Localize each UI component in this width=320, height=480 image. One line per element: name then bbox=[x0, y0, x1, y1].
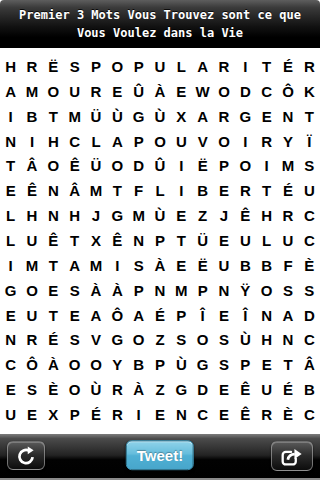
grid-cell-r8c3[interactable]: Ê bbox=[43, 228, 64, 253]
grid-cell-r14c7[interactable]: À bbox=[128, 377, 149, 402]
grid-cell-r13c1[interactable]: C bbox=[0, 352, 21, 377]
grid-cell-r7c15[interactable]: C bbox=[299, 203, 320, 228]
grid-cell-r7c5[interactable]: J bbox=[85, 203, 106, 228]
grid-cell-r14c1[interactable]: E bbox=[0, 377, 21, 402]
grid-cell-r15c15[interactable]: C bbox=[299, 402, 320, 427]
grid-cell-r13c7[interactable]: B bbox=[128, 352, 149, 377]
grid-cell-r2c5[interactable]: R bbox=[85, 79, 106, 104]
grid-cell-r3c9[interactable]: X bbox=[171, 104, 192, 129]
grid-cell-r13c14[interactable]: T bbox=[277, 352, 298, 377]
grid-cell-r8c12[interactable]: U bbox=[235, 228, 256, 253]
grid-cell-r9c2[interactable]: M bbox=[21, 253, 42, 278]
grid-cell-r11c15[interactable]: D bbox=[299, 303, 320, 328]
grid-cell-r13c10[interactable]: G bbox=[192, 352, 213, 377]
grid-cell-r8c2[interactable]: U bbox=[21, 228, 42, 253]
grid-cell-r2c15[interactable]: K bbox=[299, 79, 320, 104]
grid-cell-r6c1[interactable]: E bbox=[0, 178, 21, 203]
grid-cell-r4c5[interactable]: L bbox=[85, 129, 106, 154]
grid-cell-r8c15[interactable]: C bbox=[299, 228, 320, 253]
grid-cell-r6c10[interactable]: B bbox=[192, 178, 213, 203]
grid-cell-r6c7[interactable]: F bbox=[128, 178, 149, 203]
grid-cell-r8c6[interactable]: Ê bbox=[107, 228, 128, 253]
grid-cell-r7c7[interactable]: M bbox=[128, 203, 149, 228]
grid-cell-r15c13[interactable]: R bbox=[256, 402, 277, 427]
grid-cell-r14c4[interactable]: O bbox=[64, 377, 85, 402]
grid-cell-r10c6[interactable]: À bbox=[107, 278, 128, 303]
grid-cell-r13c11[interactable]: S bbox=[213, 352, 234, 377]
grid-cell-r8c5[interactable]: X bbox=[85, 228, 106, 253]
grid-cell-r8c9[interactable]: T bbox=[171, 228, 192, 253]
grid-cell-r11c2[interactable]: U bbox=[21, 303, 42, 328]
grid-cell-r5c7[interactable]: D bbox=[128, 153, 149, 178]
grid-cell-r2c3[interactable]: O bbox=[43, 79, 64, 104]
grid-cell-r5c6[interactable]: O bbox=[107, 153, 128, 178]
grid-cell-r2c2[interactable]: M bbox=[21, 79, 42, 104]
grid-cell-r3c10[interactable]: A bbox=[192, 104, 213, 129]
grid-cell-r3c14[interactable]: N bbox=[277, 104, 298, 129]
grid-cell-r10c10[interactable]: P bbox=[192, 278, 213, 303]
grid-cell-r14c14[interactable]: É bbox=[277, 377, 298, 402]
grid-cell-r8c14[interactable]: U bbox=[277, 228, 298, 253]
grid-cell-r4c12[interactable]: I bbox=[235, 129, 256, 154]
grid-cell-r12c3[interactable]: É bbox=[43, 328, 64, 353]
grid-cell-r1c5[interactable]: P bbox=[85, 54, 106, 79]
grid-cell-r14c11[interactable]: E bbox=[213, 377, 234, 402]
grid-cell-r5c9[interactable]: I bbox=[171, 153, 192, 178]
grid-cell-r10c12[interactable]: Ÿ bbox=[235, 278, 256, 303]
grid-cell-r15c5[interactable]: É bbox=[85, 402, 106, 427]
grid-cell-r9c8[interactable]: À bbox=[149, 253, 170, 278]
grid-cell-r12c12[interactable]: Ù bbox=[235, 328, 256, 353]
grid-cell-r4c4[interactable]: C bbox=[64, 129, 85, 154]
grid-cell-r9c5[interactable]: M bbox=[85, 253, 106, 278]
grid-cell-r1c15[interactable]: R bbox=[299, 54, 320, 79]
grid-cell-r11c1[interactable]: E bbox=[0, 303, 21, 328]
grid-cell-r12c15[interactable]: C bbox=[299, 328, 320, 353]
grid-cell-r10c5[interactable]: À bbox=[85, 278, 106, 303]
grid-cell-r15c6[interactable]: R bbox=[107, 402, 128, 427]
grid-cell-r6c12[interactable]: R bbox=[235, 178, 256, 203]
grid-cell-r10c14[interactable]: S bbox=[277, 278, 298, 303]
grid-cell-r10c1[interactable]: G bbox=[0, 278, 21, 303]
title-bar: Premier 3 Mots Vous Trouvez sont ce que … bbox=[0, 0, 320, 48]
grid-cell-r10c11[interactable]: N bbox=[213, 278, 234, 303]
grid-cell-r15c9[interactable]: N bbox=[171, 402, 192, 427]
grid-cell-r5c13[interactable]: I bbox=[256, 153, 277, 178]
grid-cell-r4c1[interactable]: N bbox=[0, 129, 21, 154]
grid-cell-r12c9[interactable]: S bbox=[171, 328, 192, 353]
grid-cell-r14c6[interactable]: R bbox=[107, 377, 128, 402]
grid-cell-r10c2[interactable]: O bbox=[21, 278, 42, 303]
grid-cell-r15c14[interactable]: È bbox=[277, 402, 298, 427]
grid-cell-r15c12[interactable]: Ê bbox=[235, 402, 256, 427]
grid-cell-r5c8[interactable]: Û bbox=[149, 153, 170, 178]
grid-cell-r4c13[interactable]: R bbox=[256, 129, 277, 154]
grid-cell-r5c5[interactable]: Ü bbox=[85, 153, 106, 178]
grid-cell-r1c3[interactable]: Ë bbox=[43, 54, 64, 79]
grid-cell-r9c9[interactable]: E bbox=[171, 253, 192, 278]
grid-cell-r1c4[interactable]: S bbox=[64, 54, 85, 79]
grid-cell-r14c8[interactable]: Z bbox=[149, 377, 170, 402]
grid-cell-r4c8[interactable]: O bbox=[149, 129, 170, 154]
grid-cell-r12c5[interactable]: V bbox=[85, 328, 106, 353]
app-title-line1: Premier 3 Mots Vous Trouvez sont ce que bbox=[0, 6, 320, 24]
grid-cell-r8c1[interactable]: L bbox=[0, 228, 21, 253]
grid-cell-r1c7[interactable]: P bbox=[128, 54, 149, 79]
grid-cell-r14c3[interactable]: È bbox=[43, 377, 64, 402]
grid-cell-r11c7[interactable]: A bbox=[128, 303, 149, 328]
grid-cell-r9c1[interactable]: I bbox=[0, 253, 21, 278]
grid-cell-r6c3[interactable]: N bbox=[43, 178, 64, 203]
grid-cell-r6c9[interactable]: I bbox=[171, 178, 192, 203]
grid-cell-r3c7[interactable]: G bbox=[128, 104, 149, 129]
grid-cell-r14c5[interactable]: Ù bbox=[85, 377, 106, 402]
grid-cell-r7c10[interactable]: Z bbox=[192, 203, 213, 228]
tweet-button[interactable]: Tweet! bbox=[126, 440, 194, 470]
grid-cell-r10c9[interactable]: M bbox=[171, 278, 192, 303]
grid-cell-r9c7[interactable]: S bbox=[128, 253, 149, 278]
grid-cell-r4c9[interactable]: U bbox=[171, 129, 192, 154]
grid-cell-r7c2[interactable]: H bbox=[21, 203, 42, 228]
grid-cell-r6c4[interactable]: Â bbox=[64, 178, 85, 203]
grid-cell-r4c15[interactable]: Ï bbox=[299, 129, 320, 154]
grid-cell-r12c14[interactable]: N bbox=[277, 328, 298, 353]
grid-cell-r5c14[interactable]: M bbox=[277, 153, 298, 178]
grid-cell-r11c3[interactable]: T bbox=[43, 303, 64, 328]
grid-cell-r2c13[interactable]: C bbox=[256, 79, 277, 104]
share-icon bbox=[280, 445, 305, 467]
refresh-button[interactable] bbox=[7, 441, 45, 470]
grid-cell-r4c14[interactable]: Y bbox=[277, 129, 298, 154]
grid-cell-r4c7[interactable]: P bbox=[128, 129, 149, 154]
grid-cell-r8c8[interactable]: P bbox=[149, 228, 170, 253]
grid-cell-r3c11[interactable]: R bbox=[213, 104, 234, 129]
grid-cell-r6c5[interactable]: M bbox=[85, 178, 106, 203]
grid-cell-r1c12[interactable]: I bbox=[235, 54, 256, 79]
grid-cell-r14c12[interactable]: Ê bbox=[235, 377, 256, 402]
grid-cell-r15c2[interactable]: E bbox=[21, 402, 42, 427]
grid-cell-r2c12[interactable]: D bbox=[235, 79, 256, 104]
grid-cell-r7c14[interactable]: R bbox=[277, 203, 298, 228]
grid-cell-r3c15[interactable]: T bbox=[299, 104, 320, 129]
grid-cell-r11c10[interactable]: Î bbox=[192, 303, 213, 328]
grid-cell-r13c13[interactable]: E bbox=[256, 352, 277, 377]
grid-cell-r13c5[interactable]: O bbox=[85, 352, 106, 377]
grid-cell-r9c4[interactable]: A bbox=[64, 253, 85, 278]
grid-cell-r3c3[interactable]: T bbox=[43, 104, 64, 129]
grid-cell-r9c13[interactable]: B bbox=[256, 253, 277, 278]
grid-cell-r15c1[interactable]: U bbox=[0, 402, 21, 427]
grid-cell-r11c13[interactable]: N bbox=[256, 303, 277, 328]
grid-cell-r11c4[interactable]: E bbox=[64, 303, 85, 328]
grid-cell-r10c7[interactable]: P bbox=[128, 278, 149, 303]
grid-cell-r9c3[interactable]: T bbox=[43, 253, 64, 278]
grid-cell-r13c8[interactable]: P bbox=[149, 352, 170, 377]
grid-cell-r7c8[interactable]: Ù bbox=[149, 203, 170, 228]
grid-cell-r15c8[interactable]: E bbox=[149, 402, 170, 427]
grid-cell-r12c13[interactable]: H bbox=[256, 328, 277, 353]
refresh-icon bbox=[15, 445, 37, 467]
grid-cell-r12c6[interactable]: G bbox=[107, 328, 128, 353]
grid-cell-r15c4[interactable]: P bbox=[64, 402, 85, 427]
grid-cell-r13c15[interactable]: Â bbox=[299, 352, 320, 377]
grid-cell-r6c14[interactable]: É bbox=[277, 178, 298, 203]
grid-cell-r15c3[interactable]: X bbox=[43, 402, 64, 427]
grid-cell-r11c12[interactable]: Î bbox=[235, 303, 256, 328]
grid-cell-r6c6[interactable]: T bbox=[107, 178, 128, 203]
grid-cell-r12c1[interactable]: N bbox=[0, 328, 21, 353]
share-button[interactable] bbox=[271, 441, 313, 471]
grid-cell-r12c4[interactable]: S bbox=[64, 328, 85, 353]
grid-cell-r5c11[interactable]: P bbox=[213, 153, 234, 178]
grid-cell-r11c8[interactable]: É bbox=[149, 303, 170, 328]
grid-cell-r3c2[interactable]: B bbox=[21, 104, 42, 129]
grid-cell-r6c8[interactable]: L bbox=[149, 178, 170, 203]
grid-cell-r5c12[interactable]: O bbox=[235, 153, 256, 178]
grid-cell-r12c8[interactable]: Z bbox=[149, 328, 170, 353]
grid-cell-r1c9[interactable]: L bbox=[171, 54, 192, 79]
grid-cell-r9c14[interactable]: F bbox=[277, 253, 298, 278]
grid-cell-r1c2[interactable]: R bbox=[21, 54, 42, 79]
grid-cell-r10c3[interactable]: E bbox=[43, 278, 64, 303]
grid-cell-r4c11[interactable]: O bbox=[213, 129, 234, 154]
grid-cell-r14c2[interactable]: S bbox=[21, 377, 42, 402]
grid-cell-r4c6[interactable]: A bbox=[107, 129, 128, 154]
grid-cell-r12c10[interactable]: O bbox=[192, 328, 213, 353]
grid-cell-r8c4[interactable]: T bbox=[64, 228, 85, 253]
grid-cell-r2c10[interactable]: W bbox=[192, 79, 213, 104]
grid-cell-r2c4[interactable]: U bbox=[64, 79, 85, 104]
grid-cell-r7c11[interactable]: J bbox=[213, 203, 234, 228]
grid-cell-r10c15[interactable]: S bbox=[299, 278, 320, 303]
grid-cell-r14c13[interactable]: U bbox=[256, 377, 277, 402]
grid-cell-r13c12[interactable]: P bbox=[235, 352, 256, 377]
grid-cell-r11c14[interactable]: A bbox=[277, 303, 298, 328]
grid-cell-r2c6[interactable]: E bbox=[107, 79, 128, 104]
grid-cell-r8c11[interactable]: E bbox=[213, 228, 234, 253]
grid-cell-r3c13[interactable]: E bbox=[256, 104, 277, 129]
grid-cell-r7c12[interactable]: Ê bbox=[235, 203, 256, 228]
grid-cell-r13c9[interactable]: Ù bbox=[171, 352, 192, 377]
grid-cell-r7c3[interactable]: N bbox=[43, 203, 64, 228]
grid-cell-r12c7[interactable]: O bbox=[128, 328, 149, 353]
grid-cell-r13c3[interactable]: À bbox=[43, 352, 64, 377]
grid-cell-r3c6[interactable]: Ù bbox=[107, 104, 128, 129]
grid-cell-r11c6[interactable]: Ô bbox=[107, 303, 128, 328]
grid-cell-r2c8[interactable]: À bbox=[149, 79, 170, 104]
grid-cell-r3c4[interactable]: M bbox=[64, 104, 85, 129]
grid-cell-r7c1[interactable]: L bbox=[0, 203, 21, 228]
grid-cell-r6c2[interactable]: Ê bbox=[21, 178, 42, 203]
grid-cell-r1c10[interactable]: A bbox=[192, 54, 213, 79]
grid-cell-r3c1[interactable]: I bbox=[0, 104, 21, 129]
grid-cell-r4c2[interactable]: I bbox=[21, 129, 42, 154]
grid-cell-r10c8[interactable]: N bbox=[149, 278, 170, 303]
grid-cell-r7c6[interactable]: G bbox=[107, 203, 128, 228]
grid-cell-r5c2[interactable]: Â bbox=[21, 153, 42, 178]
grid-cell-r1c14[interactable]: É bbox=[277, 54, 298, 79]
grid-cell-r2c9[interactable]: E bbox=[171, 79, 192, 104]
grid-cell-r10c4[interactable]: S bbox=[64, 278, 85, 303]
grid-cell-r5c15[interactable]: S bbox=[299, 153, 320, 178]
grid-cell-r9c10[interactable]: Ë bbox=[192, 253, 213, 278]
grid-cell-r15c7[interactable]: I bbox=[128, 402, 149, 427]
grid-cell-r5c1[interactable]: T bbox=[0, 153, 21, 178]
grid-cell-r11c5[interactable]: A bbox=[85, 303, 106, 328]
grid-cell-r12c11[interactable]: S bbox=[213, 328, 234, 353]
grid-cell-r15c10[interactable]: C bbox=[192, 402, 213, 427]
grid-cell-r13c6[interactable]: Y bbox=[107, 352, 128, 377]
grid-cell-r14c9[interactable]: G bbox=[171, 377, 192, 402]
grid-cell-r12c2[interactable]: R bbox=[21, 328, 42, 353]
grid-cell-r2c7[interactable]: Û bbox=[128, 79, 149, 104]
bottom-toolbar: Tweet! bbox=[0, 434, 320, 480]
grid-cell-r9c6[interactable]: I bbox=[107, 253, 128, 278]
grid-cell-r11c9[interactable]: P bbox=[171, 303, 192, 328]
grid-cell-r8c7[interactable]: N bbox=[128, 228, 149, 253]
grid-cell-r5c4[interactable]: Ê bbox=[64, 153, 85, 178]
grid-cell-r13c2[interactable]: Ô bbox=[21, 352, 42, 377]
grid-cell-r15c11[interactable]: E bbox=[213, 402, 234, 427]
grid-cell-r3c12[interactable]: G bbox=[235, 104, 256, 129]
grid-cell-r6c13[interactable]: T bbox=[256, 178, 277, 203]
grid-cell-r1c8[interactable]: U bbox=[149, 54, 170, 79]
grid-cell-r6c15[interactable]: U bbox=[299, 178, 320, 203]
grid-cell-r2c1[interactable]: A bbox=[0, 79, 21, 104]
grid-cell-r1c11[interactable]: R bbox=[213, 54, 234, 79]
grid-cell-r8c13[interactable]: L bbox=[256, 228, 277, 253]
grid-cell-r8c10[interactable]: Ü bbox=[192, 228, 213, 253]
grid-cell-r6c11[interactable]: E bbox=[213, 178, 234, 203]
grid-cell-r7c4[interactable]: H bbox=[64, 203, 85, 228]
grid-cell-r13c4[interactable]: O bbox=[64, 352, 85, 377]
app-title-line2: Vous Voulez dans la Vie bbox=[0, 24, 320, 42]
grid-cell-r5c3[interactable]: O bbox=[43, 153, 64, 178]
grid-cell-r14c10[interactable]: D bbox=[192, 377, 213, 402]
grid-cell-r9c12[interactable]: B bbox=[235, 253, 256, 278]
grid-cell-r4c3[interactable]: H bbox=[43, 129, 64, 154]
grid-cell-r10c13[interactable]: O bbox=[256, 278, 277, 303]
grid-cell-r7c13[interactable]: H bbox=[256, 203, 277, 228]
grid-cell-r3c8[interactable]: Ù bbox=[149, 104, 170, 129]
grid-cell-r9c15[interactable]: È bbox=[299, 253, 320, 278]
grid-cell-r1c13[interactable]: T bbox=[256, 54, 277, 79]
grid-cell-r2c14[interactable]: Ô bbox=[277, 79, 298, 104]
grid-cell-r14c15[interactable]: B bbox=[299, 377, 320, 402]
grid-cell-r3c5[interactable]: Ü bbox=[85, 104, 106, 129]
grid-cell-r5c10[interactable]: Ë bbox=[192, 153, 213, 178]
app-screen: Premier 3 Mots Vous Trouvez sont ce que … bbox=[0, 0, 320, 480]
word-search-grid: HRËSPOPULARITÉRAMOUREÛÀEWODCÔKIBTMÜÙGÙXA… bbox=[0, 54, 320, 427]
grid-cell-r1c6[interactable]: O bbox=[107, 54, 128, 79]
grid-cell-r4c10[interactable]: V bbox=[192, 129, 213, 154]
grid-cell-r1c1[interactable]: H bbox=[0, 54, 21, 79]
grid-cell-r11c11[interactable]: E bbox=[213, 303, 234, 328]
grid-cell-r9c11[interactable]: U bbox=[213, 253, 234, 278]
grid-cell-r7c9[interactable]: E bbox=[171, 203, 192, 228]
grid-cell-r2c11[interactable]: O bbox=[213, 79, 234, 104]
